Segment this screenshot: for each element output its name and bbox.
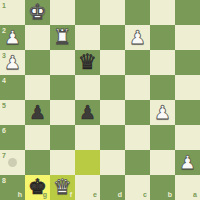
square-d6[interactable]: [100, 125, 125, 150]
square-d2[interactable]: [100, 25, 125, 50]
square-a1[interactable]: [175, 0, 200, 25]
white-queen[interactable]: ♛: [53, 175, 72, 200]
square-e5[interactable]: ♟: [75, 100, 100, 125]
square-g5[interactable]: ♟: [25, 100, 50, 125]
white-pawn[interactable]: ♟: [154, 100, 171, 125]
file-label-h: h: [18, 191, 22, 198]
square-b6[interactable]: [150, 125, 175, 150]
square-h2[interactable]: 2♟: [0, 25, 25, 50]
square-g1[interactable]: ♚: [25, 0, 50, 25]
square-b2[interactable]: [150, 25, 175, 50]
square-e8[interactable]: e: [75, 175, 100, 200]
square-g8[interactable]: g♚: [25, 175, 50, 200]
square-b3[interactable]: [150, 50, 175, 75]
rank-label-4: 4: [2, 77, 6, 84]
square-h4[interactable]: 4: [0, 75, 25, 100]
legal-move-dot[interactable]: [8, 158, 17, 167]
square-b7[interactable]: [150, 150, 175, 175]
square-a7[interactable]: ♟: [175, 150, 200, 175]
square-c2[interactable]: ♟: [125, 25, 150, 50]
square-b5[interactable]: ♟: [150, 100, 175, 125]
square-c6[interactable]: [125, 125, 150, 150]
square-g6[interactable]: [25, 125, 50, 150]
square-a2[interactable]: [175, 25, 200, 50]
square-f7[interactable]: [50, 150, 75, 175]
square-c5[interactable]: [125, 100, 150, 125]
rank-label-6: 6: [2, 127, 6, 134]
black-queen[interactable]: ♛: [78, 50, 97, 75]
square-a8[interactable]: a: [175, 175, 200, 200]
file-label-d: d: [118, 191, 122, 198]
square-f6[interactable]: [50, 125, 75, 150]
square-g3[interactable]: [25, 50, 50, 75]
rank-label-7: 7: [2, 152, 6, 159]
square-h7[interactable]: 7: [0, 150, 25, 175]
square-g2[interactable]: [25, 25, 50, 50]
square-d7[interactable]: [100, 150, 125, 175]
square-e7[interactable]: [75, 150, 100, 175]
square-f5[interactable]: [50, 100, 75, 125]
square-f3[interactable]: [50, 50, 75, 75]
black-king[interactable]: ♚: [28, 175, 47, 200]
square-b1[interactable]: [150, 0, 175, 25]
square-f1[interactable]: [50, 0, 75, 25]
square-f4[interactable]: [50, 75, 75, 100]
white-pawn[interactable]: ♟: [129, 25, 146, 50]
square-a4[interactable]: [175, 75, 200, 100]
square-g7[interactable]: [25, 150, 50, 175]
black-pawn[interactable]: ♟: [29, 100, 46, 125]
square-g4[interactable]: [25, 75, 50, 100]
square-a3[interactable]: [175, 50, 200, 75]
square-h6[interactable]: 6: [0, 125, 25, 150]
white-king[interactable]: ♚: [28, 0, 47, 25]
black-pawn[interactable]: ♟: [79, 100, 96, 125]
square-d5[interactable]: [100, 100, 125, 125]
file-label-a: a: [193, 191, 197, 198]
square-d1[interactable]: [100, 0, 125, 25]
square-c7[interactable]: [125, 150, 150, 175]
square-e2[interactable]: [75, 25, 100, 50]
square-c8[interactable]: c: [125, 175, 150, 200]
square-e1[interactable]: [75, 0, 100, 25]
rank-label-8: 8: [2, 177, 6, 184]
square-a6[interactable]: [175, 125, 200, 150]
square-h5[interactable]: 5: [0, 100, 25, 125]
square-h8[interactable]: 8h: [0, 175, 25, 200]
rank-label-1: 1: [2, 2, 6, 9]
square-c4[interactable]: [125, 75, 150, 100]
square-h3[interactable]: 3♟: [0, 50, 25, 75]
file-label-c: c: [143, 191, 147, 198]
square-b8[interactable]: b: [150, 175, 175, 200]
white-rook[interactable]: ♜: [53, 25, 72, 50]
file-label-b: b: [168, 191, 172, 198]
square-a5[interactable]: [175, 100, 200, 125]
white-pawn[interactable]: ♟: [4, 50, 21, 75]
white-pawn[interactable]: ♟: [4, 25, 21, 50]
file-label-e: e: [93, 191, 97, 198]
square-c3[interactable]: [125, 50, 150, 75]
square-f2[interactable]: ♜: [50, 25, 75, 50]
square-e3[interactable]: ♛: [75, 50, 100, 75]
square-b4[interactable]: [150, 75, 175, 100]
white-pawn[interactable]: ♟: [179, 150, 196, 175]
square-f8[interactable]: f♛: [50, 175, 75, 200]
square-d3[interactable]: [100, 50, 125, 75]
square-d8[interactable]: d: [100, 175, 125, 200]
square-h1[interactable]: 1: [0, 0, 25, 25]
rank-label-5: 5: [2, 102, 6, 109]
square-c1[interactable]: [125, 0, 150, 25]
square-e6[interactable]: [75, 125, 100, 150]
square-d4[interactable]: [100, 75, 125, 100]
chess-board: 1♚2♟♜♟3♟♛45♟♟♟67♟8hg♚f♛edcba: [0, 0, 200, 200]
square-e4[interactable]: [75, 75, 100, 100]
